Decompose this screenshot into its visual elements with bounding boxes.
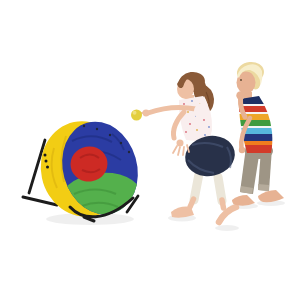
scene-photo [0, 0, 300, 300]
girl [141, 70, 239, 222]
boy-eye [240, 79, 242, 81]
boy-back-foot [258, 190, 284, 202]
photo-canvas [0, 0, 300, 300]
boy-hanging-hand [239, 147, 245, 153]
ball [131, 110, 142, 121]
boy-hand-at-mouth [236, 91, 244, 99]
target-game [23, 113, 149, 233]
girl-back-ankle [222, 200, 224, 208]
boy-front-foot [232, 195, 255, 206]
girl-back-foot-shadow [215, 225, 239, 231]
girl-front-legging [194, 174, 199, 200]
boy-back-pant-cuff [258, 184, 269, 191]
boy [232, 61, 284, 206]
girl-front-ankle [190, 199, 194, 207]
ball-highlight [133, 111, 137, 115]
ball-body [131, 110, 142, 121]
